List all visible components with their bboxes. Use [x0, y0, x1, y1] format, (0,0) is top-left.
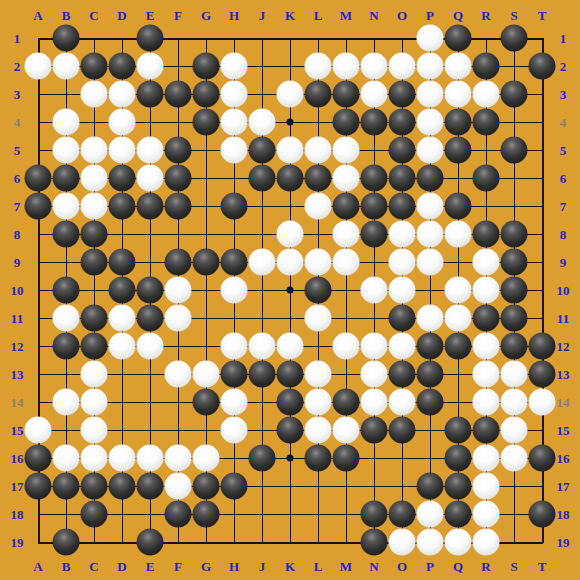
black-stone-K15 [277, 417, 304, 444]
white-stone-L14 [305, 389, 332, 416]
white-stone-R3 [473, 81, 500, 108]
white-stone-N3 [361, 81, 388, 108]
black-stone-R6 [473, 165, 500, 192]
black-stone-M7 [333, 193, 360, 220]
white-stone-P11 [417, 305, 444, 332]
column-label-bottom-Q: Q [453, 560, 463, 573]
white-stone-Q2 [445, 53, 472, 80]
white-stone-F10 [165, 277, 192, 304]
white-stone-H10 [221, 277, 248, 304]
column-label-top-L: L [314, 9, 323, 22]
column-label-bottom-N: N [369, 560, 378, 573]
black-stone-R8 [473, 221, 500, 248]
black-stone-R15 [473, 417, 500, 444]
white-stone-K8 [277, 221, 304, 248]
white-stone-C6 [81, 165, 108, 192]
black-stone-G3 [193, 81, 220, 108]
black-stone-P6 [417, 165, 444, 192]
black-stone-Q12 [445, 333, 472, 360]
black-stone-O13 [389, 361, 416, 388]
white-stone-N14 [361, 389, 388, 416]
black-stone-C17 [81, 473, 108, 500]
white-stone-O8 [389, 221, 416, 248]
white-stone-C15 [81, 417, 108, 444]
black-stone-O18 [389, 501, 416, 528]
black-stone-J5 [249, 137, 276, 164]
black-stone-N8 [361, 221, 388, 248]
black-stone-Q18 [445, 501, 472, 528]
black-stone-D6 [109, 165, 136, 192]
white-stone-B7 [53, 193, 80, 220]
row-label-left-1: 1 [14, 32, 21, 45]
black-stone-S5 [501, 137, 528, 164]
white-stone-H15 [221, 417, 248, 444]
white-stone-E6 [137, 165, 164, 192]
white-stone-C5 [81, 137, 108, 164]
row-label-right-12: 12 [557, 340, 570, 353]
row-label-left-4: 4 [14, 116, 21, 129]
black-stone-O15 [389, 417, 416, 444]
white-stone-P19 [417, 529, 444, 556]
white-stone-Q11 [445, 305, 472, 332]
white-stone-K12 [277, 333, 304, 360]
black-stone-S11 [501, 305, 528, 332]
black-stone-Q4 [445, 109, 472, 136]
white-stone-P1 [417, 25, 444, 52]
white-stone-R16 [473, 445, 500, 472]
white-stone-P4 [417, 109, 444, 136]
black-stone-Q16 [445, 445, 472, 472]
black-stone-O4 [389, 109, 416, 136]
white-stone-L2 [305, 53, 332, 80]
black-stone-N19 [361, 529, 388, 556]
black-stone-G14 [193, 389, 220, 416]
white-stone-R10 [473, 277, 500, 304]
black-stone-T18 [529, 501, 556, 528]
row-label-right-18: 18 [557, 508, 570, 521]
row-label-left-16: 16 [11, 452, 24, 465]
row-label-left-8: 8 [14, 228, 21, 241]
black-stone-B12 [53, 333, 80, 360]
white-stone-R9 [473, 249, 500, 276]
black-stone-F3 [165, 81, 192, 108]
white-stone-M12 [333, 333, 360, 360]
column-label-top-B: B [62, 9, 71, 22]
column-label-top-S: S [510, 9, 517, 22]
white-stone-B5 [53, 137, 80, 164]
row-label-right-16: 16 [557, 452, 570, 465]
white-stone-E12 [137, 333, 164, 360]
black-stone-N6 [361, 165, 388, 192]
white-stone-F11 [165, 305, 192, 332]
black-stone-G2 [193, 53, 220, 80]
row-label-left-11: 11 [11, 312, 23, 325]
black-stone-T13 [529, 361, 556, 388]
white-stone-L5 [305, 137, 332, 164]
white-stone-M6 [333, 165, 360, 192]
white-stone-O2 [389, 53, 416, 80]
column-label-top-T: T [538, 9, 547, 22]
white-stone-B11 [53, 305, 80, 332]
white-stone-R17 [473, 473, 500, 500]
row-label-left-2: 2 [14, 60, 21, 73]
row-label-left-19: 19 [11, 536, 24, 549]
white-stone-P18 [417, 501, 444, 528]
black-stone-P13 [417, 361, 444, 388]
white-stone-C13 [81, 361, 108, 388]
row-label-right-15: 15 [557, 424, 570, 437]
column-label-bottom-K: K [285, 560, 295, 573]
white-stone-A15 [25, 417, 52, 444]
black-stone-H13 [221, 361, 248, 388]
black-stone-S8 [501, 221, 528, 248]
row-label-left-10: 10 [11, 284, 24, 297]
white-stone-D12 [109, 333, 136, 360]
white-stone-R12 [473, 333, 500, 360]
white-stone-D3 [109, 81, 136, 108]
black-stone-H17 [221, 473, 248, 500]
black-stone-J16 [249, 445, 276, 472]
black-stone-B8 [53, 221, 80, 248]
column-label-bottom-T: T [538, 560, 547, 573]
row-label-left-17: 17 [11, 480, 24, 493]
black-stone-Q5 [445, 137, 472, 164]
white-stone-B4 [53, 109, 80, 136]
black-stone-A16 [25, 445, 52, 472]
white-stone-B16 [53, 445, 80, 472]
white-stone-Q19 [445, 529, 472, 556]
black-stone-E11 [137, 305, 164, 332]
black-stone-R4 [473, 109, 500, 136]
column-label-top-C: C [89, 9, 98, 22]
white-stone-C3 [81, 81, 108, 108]
black-stone-N15 [361, 417, 388, 444]
black-stone-E10 [137, 277, 164, 304]
white-stone-F13 [165, 361, 192, 388]
column-label-bottom-R: R [481, 560, 490, 573]
column-label-bottom-O: O [397, 560, 407, 573]
black-stone-F5 [165, 137, 192, 164]
black-stone-D2 [109, 53, 136, 80]
white-stone-E2 [137, 53, 164, 80]
column-label-top-G: G [201, 9, 211, 22]
column-label-top-Q: Q [453, 9, 463, 22]
black-stone-B6 [53, 165, 80, 192]
black-stone-T2 [529, 53, 556, 80]
white-stone-J12 [249, 333, 276, 360]
white-stone-L11 [305, 305, 332, 332]
row-label-right-3: 3 [560, 88, 567, 101]
white-stone-P5 [417, 137, 444, 164]
black-stone-P17 [417, 473, 444, 500]
black-stone-A7 [25, 193, 52, 220]
row-label-left-15: 15 [11, 424, 24, 437]
white-stone-N12 [361, 333, 388, 360]
column-label-top-D: D [117, 9, 126, 22]
black-stone-S10 [501, 277, 528, 304]
white-stone-R18 [473, 501, 500, 528]
black-stone-Q1 [445, 25, 472, 52]
black-stone-L10 [305, 277, 332, 304]
black-stone-D10 [109, 277, 136, 304]
black-stone-O3 [389, 81, 416, 108]
white-stone-O9 [389, 249, 416, 276]
white-stone-P9 [417, 249, 444, 276]
white-stone-J9 [249, 249, 276, 276]
column-label-bottom-D: D [117, 560, 126, 573]
black-stone-K14 [277, 389, 304, 416]
white-stone-A2 [25, 53, 52, 80]
row-label-left-12: 12 [11, 340, 24, 353]
white-stone-H12 [221, 333, 248, 360]
black-stone-N18 [361, 501, 388, 528]
column-label-top-P: P [426, 9, 434, 22]
black-stone-Q15 [445, 417, 472, 444]
row-label-left-18: 18 [11, 508, 24, 521]
column-label-top-F: F [174, 9, 182, 22]
star-point-K4 [287, 119, 294, 126]
white-stone-Q8 [445, 221, 472, 248]
black-stone-G18 [193, 501, 220, 528]
row-label-left-3: 3 [14, 88, 21, 101]
black-stone-C8 [81, 221, 108, 248]
row-label-right-5: 5 [560, 144, 567, 157]
white-stone-J4 [249, 109, 276, 136]
black-stone-R11 [473, 305, 500, 332]
row-label-right-1: 1 [560, 32, 567, 45]
black-stone-B17 [53, 473, 80, 500]
black-stone-E3 [137, 81, 164, 108]
black-stone-L6 [305, 165, 332, 192]
column-label-top-M: M [340, 9, 352, 22]
white-stone-K3 [277, 81, 304, 108]
white-stone-D4 [109, 109, 136, 136]
white-stone-H5 [221, 137, 248, 164]
column-label-top-O: O [397, 9, 407, 22]
white-stone-H3 [221, 81, 248, 108]
white-stone-R13 [473, 361, 500, 388]
black-stone-O7 [389, 193, 416, 220]
white-stone-B14 [53, 389, 80, 416]
column-label-bottom-C: C [89, 560, 98, 573]
white-stone-M15 [333, 417, 360, 444]
black-stone-S9 [501, 249, 528, 276]
white-stone-E5 [137, 137, 164, 164]
column-label-bottom-A: A [33, 560, 42, 573]
white-stone-O10 [389, 277, 416, 304]
row-label-left-14: 14 [11, 396, 24, 409]
black-stone-N4 [361, 109, 388, 136]
black-stone-E17 [137, 473, 164, 500]
white-stone-T14 [529, 389, 556, 416]
column-label-top-K: K [285, 9, 295, 22]
white-stone-P2 [417, 53, 444, 80]
white-stone-M5 [333, 137, 360, 164]
white-stone-S14 [501, 389, 528, 416]
black-stone-C9 [81, 249, 108, 276]
column-label-top-H: H [229, 9, 239, 22]
black-stone-S1 [501, 25, 528, 52]
column-label-bottom-J: J [259, 560, 266, 573]
white-stone-C16 [81, 445, 108, 472]
black-stone-L3 [305, 81, 332, 108]
white-stone-S16 [501, 445, 528, 472]
black-stone-O11 [389, 305, 416, 332]
black-stone-T12 [529, 333, 556, 360]
black-stone-S12 [501, 333, 528, 360]
black-stone-J6 [249, 165, 276, 192]
black-stone-P12 [417, 333, 444, 360]
white-stone-M2 [333, 53, 360, 80]
white-stone-R14 [473, 389, 500, 416]
row-label-left-9: 9 [14, 256, 21, 269]
white-stone-D16 [109, 445, 136, 472]
black-stone-F9 [165, 249, 192, 276]
black-stone-G4 [193, 109, 220, 136]
white-stone-M8 [333, 221, 360, 248]
white-stone-G16 [193, 445, 220, 472]
white-stone-S15 [501, 417, 528, 444]
black-stone-A6 [25, 165, 52, 192]
white-stone-P8 [417, 221, 444, 248]
white-stone-O14 [389, 389, 416, 416]
black-stone-M16 [333, 445, 360, 472]
column-label-top-E: E [146, 9, 155, 22]
row-label-right-19: 19 [557, 536, 570, 549]
white-stone-L15 [305, 417, 332, 444]
black-stone-E1 [137, 25, 164, 52]
black-stone-H7 [221, 193, 248, 220]
white-stone-B2 [53, 53, 80, 80]
black-stone-M14 [333, 389, 360, 416]
black-stone-E19 [137, 529, 164, 556]
row-label-left-5: 5 [14, 144, 21, 157]
white-stone-H14 [221, 389, 248, 416]
black-stone-D9 [109, 249, 136, 276]
column-label-top-A: A [33, 9, 42, 22]
black-stone-J13 [249, 361, 276, 388]
black-stone-O5 [389, 137, 416, 164]
white-stone-H4 [221, 109, 248, 136]
black-stone-L16 [305, 445, 332, 472]
row-label-right-6: 6 [560, 172, 567, 185]
white-stone-L13 [305, 361, 332, 388]
white-stone-C7 [81, 193, 108, 220]
black-stone-C12 [81, 333, 108, 360]
white-stone-H2 [221, 53, 248, 80]
white-stone-S13 [501, 361, 528, 388]
column-label-bottom-L: L [314, 560, 323, 573]
column-label-top-R: R [481, 9, 490, 22]
white-stone-D5 [109, 137, 136, 164]
go-board[interactable]: AABBCCDDEEFFGGHHJJKKLLMMNNOOPPQQRRSSTT11… [0, 0, 580, 580]
black-stone-G17 [193, 473, 220, 500]
black-stone-Q7 [445, 193, 472, 220]
white-stone-P3 [417, 81, 444, 108]
column-label-bottom-S: S [510, 560, 517, 573]
black-stone-E7 [137, 193, 164, 220]
column-label-bottom-M: M [340, 560, 352, 573]
white-stone-P7 [417, 193, 444, 220]
black-stone-M4 [333, 109, 360, 136]
black-stone-C18 [81, 501, 108, 528]
star-point-K10 [287, 287, 294, 294]
black-stone-T16 [529, 445, 556, 472]
row-label-right-2: 2 [560, 60, 567, 73]
white-stone-O19 [389, 529, 416, 556]
black-stone-F7 [165, 193, 192, 220]
black-stone-B10 [53, 277, 80, 304]
column-label-top-N: N [369, 9, 378, 22]
white-stone-Q10 [445, 277, 472, 304]
black-stone-F6 [165, 165, 192, 192]
white-stone-F17 [165, 473, 192, 500]
column-label-bottom-P: P [426, 560, 434, 573]
row-label-right-4: 4 [560, 116, 567, 129]
black-stone-K6 [277, 165, 304, 192]
column-label-bottom-B: B [62, 560, 71, 573]
row-label-right-9: 9 [560, 256, 567, 269]
white-stone-G13 [193, 361, 220, 388]
white-stone-C14 [81, 389, 108, 416]
white-stone-E16 [137, 445, 164, 472]
row-label-right-7: 7 [560, 200, 567, 213]
white-stone-N10 [361, 277, 388, 304]
black-stone-M3 [333, 81, 360, 108]
white-stone-F16 [165, 445, 192, 472]
white-stone-D11 [109, 305, 136, 332]
white-stone-N13 [361, 361, 388, 388]
black-stone-R2 [473, 53, 500, 80]
black-stone-F18 [165, 501, 192, 528]
row-label-right-14: 14 [557, 396, 570, 409]
column-label-bottom-F: F [174, 560, 182, 573]
black-stone-K13 [277, 361, 304, 388]
column-label-bottom-E: E [146, 560, 155, 573]
black-stone-N7 [361, 193, 388, 220]
column-label-bottom-G: G [201, 560, 211, 573]
row-label-right-8: 8 [560, 228, 567, 241]
column-label-top-J: J [259, 9, 266, 22]
column-label-bottom-H: H [229, 560, 239, 573]
black-stone-H9 [221, 249, 248, 276]
black-stone-C2 [81, 53, 108, 80]
black-stone-C11 [81, 305, 108, 332]
row-label-left-7: 7 [14, 200, 21, 213]
black-stone-O6 [389, 165, 416, 192]
white-stone-O12 [389, 333, 416, 360]
white-stone-M9 [333, 249, 360, 276]
white-stone-Q3 [445, 81, 472, 108]
black-stone-Q17 [445, 473, 472, 500]
black-stone-B1 [53, 25, 80, 52]
row-label-left-6: 6 [14, 172, 21, 185]
white-stone-L7 [305, 193, 332, 220]
row-label-left-13: 13 [11, 368, 24, 381]
white-stone-L9 [305, 249, 332, 276]
black-stone-S3 [501, 81, 528, 108]
black-stone-D7 [109, 193, 136, 220]
black-stone-D17 [109, 473, 136, 500]
white-stone-K9 [277, 249, 304, 276]
black-stone-A17 [25, 473, 52, 500]
row-label-right-17: 17 [557, 480, 570, 493]
white-stone-N2 [361, 53, 388, 80]
white-stone-R19 [473, 529, 500, 556]
black-stone-G9 [193, 249, 220, 276]
row-label-right-11: 11 [557, 312, 569, 325]
white-stone-K5 [277, 137, 304, 164]
